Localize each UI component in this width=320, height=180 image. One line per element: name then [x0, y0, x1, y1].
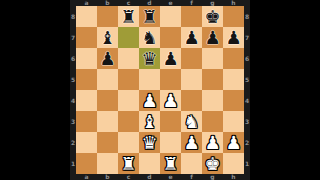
square-f3[interactable]: ♞ [181, 111, 202, 132]
square-d3[interactable]: ♝ [139, 111, 160, 132]
file-label-f: f [181, 174, 202, 180]
white-pawn[interactable]: ♟ [225, 132, 241, 153]
black-pawn[interactable]: ♟ [204, 27, 220, 48]
square-h5[interactable] [223, 69, 244, 90]
square-c7[interactable] [118, 27, 139, 48]
square-b3[interactable] [97, 111, 118, 132]
square-c5[interactable] [118, 69, 139, 90]
file-label-g: g [202, 174, 223, 180]
square-d2[interactable]: ♛ [139, 132, 160, 153]
square-h1[interactable] [223, 153, 244, 174]
square-e6[interactable]: ♟ [160, 48, 181, 69]
file-label-b: b [97, 174, 118, 180]
letterbox-left [0, 0, 70, 180]
white-pawn[interactable]: ♟ [183, 132, 199, 153]
white-king[interactable]: ♚ [204, 153, 220, 174]
square-c1[interactable]: ♜ [118, 153, 139, 174]
square-c6[interactable] [118, 48, 139, 69]
square-a7[interactable] [76, 27, 97, 48]
square-b8[interactable] [97, 6, 118, 27]
chess-board: abcdefgh 87654321 ♜♜♚♝♞♟♟♟♟♛♟♟♟♝♞♛♟♟♟♜♜♚… [70, 0, 250, 180]
square-f5[interactable] [181, 69, 202, 90]
square-c2[interactable] [118, 132, 139, 153]
rank-label-1: 1 [244, 153, 250, 174]
square-b6[interactable]: ♟ [97, 48, 118, 69]
square-a5[interactable] [76, 69, 97, 90]
black-rook[interactable]: ♜ [120, 6, 136, 27]
square-f6[interactable] [181, 48, 202, 69]
square-g2[interactable]: ♟ [202, 132, 223, 153]
file-label-d: d [139, 174, 160, 180]
square-d1[interactable] [139, 153, 160, 174]
rank-label-8: 8 [244, 6, 250, 27]
file-label-h: h [223, 174, 244, 180]
square-f1[interactable] [181, 153, 202, 174]
square-f2[interactable]: ♟ [181, 132, 202, 153]
black-queen[interactable]: ♛ [141, 48, 157, 69]
rank-label-6: 6 [244, 48, 250, 69]
square-b4[interactable] [97, 90, 118, 111]
black-pawn[interactable]: ♟ [225, 27, 241, 48]
black-knight[interactable]: ♞ [141, 27, 157, 48]
square-d7[interactable]: ♞ [139, 27, 160, 48]
square-e4[interactable]: ♟ [160, 90, 181, 111]
square-c8[interactable]: ♜ [118, 6, 139, 27]
square-d8[interactable]: ♜ [139, 6, 160, 27]
square-g1[interactable]: ♚ [202, 153, 223, 174]
file-label-c: c [118, 174, 139, 180]
square-f4[interactable] [181, 90, 202, 111]
square-b1[interactable] [97, 153, 118, 174]
rank-label-4: 4 [244, 90, 250, 111]
file-label-a: a [76, 174, 97, 180]
white-queen[interactable]: ♛ [141, 132, 157, 153]
white-bishop[interactable]: ♝ [141, 111, 157, 132]
square-a1[interactable] [76, 153, 97, 174]
square-a3[interactable] [76, 111, 97, 132]
square-d6[interactable]: ♛ [139, 48, 160, 69]
square-g6[interactable] [202, 48, 223, 69]
square-e7[interactable] [160, 27, 181, 48]
board-grid: ♜♜♚♝♞♟♟♟♟♛♟♟♟♝♞♛♟♟♟♜♜♚ [76, 6, 244, 174]
square-a8[interactable] [76, 6, 97, 27]
square-e2[interactable] [160, 132, 181, 153]
square-h7[interactable]: ♟ [223, 27, 244, 48]
black-pawn[interactable]: ♟ [183, 27, 199, 48]
square-b2[interactable] [97, 132, 118, 153]
square-h3[interactable] [223, 111, 244, 132]
square-e5[interactable] [160, 69, 181, 90]
black-pawn[interactable]: ♟ [99, 48, 115, 69]
white-pawn[interactable]: ♟ [141, 90, 157, 111]
black-king[interactable]: ♚ [204, 6, 220, 27]
square-g5[interactable] [202, 69, 223, 90]
square-b5[interactable] [97, 69, 118, 90]
square-e8[interactable] [160, 6, 181, 27]
black-bishop[interactable]: ♝ [99, 27, 115, 48]
square-g8[interactable]: ♚ [202, 6, 223, 27]
square-d4[interactable]: ♟ [139, 90, 160, 111]
rank-label-3: 3 [244, 111, 250, 132]
square-a6[interactable] [76, 48, 97, 69]
white-knight[interactable]: ♞ [183, 111, 199, 132]
square-e1[interactable]: ♜ [160, 153, 181, 174]
square-g7[interactable]: ♟ [202, 27, 223, 48]
square-d5[interactable] [139, 69, 160, 90]
white-pawn[interactable]: ♟ [204, 132, 220, 153]
file-labels-bottom: abcdefgh [76, 174, 244, 180]
square-f7[interactable]: ♟ [181, 27, 202, 48]
square-c4[interactable] [118, 90, 139, 111]
square-e3[interactable] [160, 111, 181, 132]
letterbox-right [250, 0, 320, 180]
white-rook[interactable]: ♜ [162, 153, 178, 174]
white-rook[interactable]: ♜ [120, 153, 136, 174]
square-c3[interactable] [118, 111, 139, 132]
square-h2[interactable]: ♟ [223, 132, 244, 153]
rank-labels-right: 87654321 [244, 6, 250, 174]
rank-label-7: 7 [244, 27, 250, 48]
square-h4[interactable] [223, 90, 244, 111]
file-label-e: e [160, 174, 181, 180]
square-f8[interactable] [181, 6, 202, 27]
square-a2[interactable] [76, 132, 97, 153]
rank-label-2: 2 [244, 132, 250, 153]
square-g4[interactable] [202, 90, 223, 111]
square-g3[interactable] [202, 111, 223, 132]
square-h6[interactable] [223, 48, 244, 69]
square-b7[interactable]: ♝ [97, 27, 118, 48]
black-rook[interactable]: ♜ [141, 6, 157, 27]
rank-label-5: 5 [244, 69, 250, 90]
square-h8[interactable] [223, 6, 244, 27]
white-pawn[interactable]: ♟ [162, 90, 178, 111]
square-a4[interactable] [76, 90, 97, 111]
black-pawn[interactable]: ♟ [162, 48, 178, 69]
